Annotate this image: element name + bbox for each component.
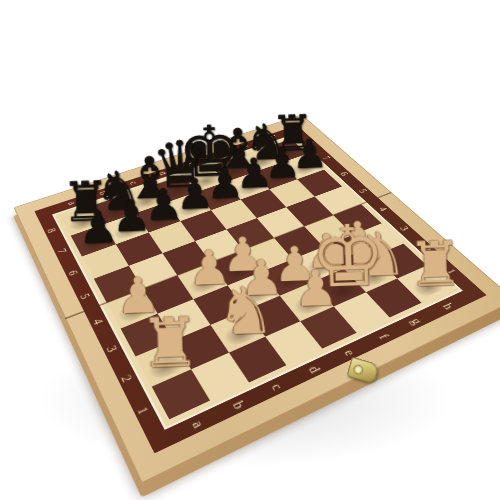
- knight-glyph: ♞: [215, 277, 276, 344]
- pawn-glyph: ♟: [77, 204, 119, 250]
- pawn-glyph: ♟: [293, 263, 339, 314]
- product-photo-background: aa11bb22cc33dd44ee55ff66gg77hh88 ♜♞♝♛♚♝♞…: [0, 0, 500, 500]
- rook-glyph: ♜: [138, 308, 201, 378]
- rook-glyph: ♜: [407, 232, 464, 296]
